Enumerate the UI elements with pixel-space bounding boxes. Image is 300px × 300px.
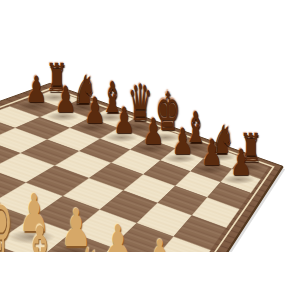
product-photo-stage: ♜♟♞♟♝♟♛♚♟♝♟♞♟♜♟♟♟♟♜♟♞♟♝♟♛♟♚♟♟♝♞♜: [0, 0, 300, 300]
chess-set-photo: ♜♟♞♟♝♟♛♚♟♝♟♞♟♜♟♟♟♟♜♟♞♟♝♟♛♟♚♟♟♝♞♜: [0, 0, 300, 252]
